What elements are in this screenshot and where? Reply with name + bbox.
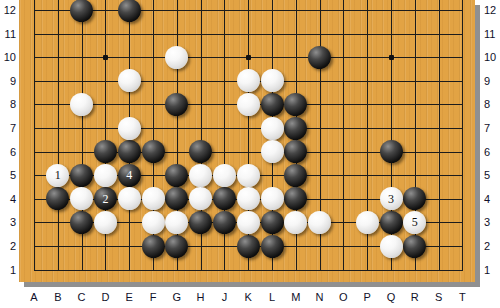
star-point-Q10: [389, 55, 394, 60]
white-stone-B5: 1: [46, 164, 69, 187]
row-number-left-5: 5: [0, 168, 16, 182]
move-number-label: 3: [388, 193, 394, 205]
white-stone-H5: [189, 164, 212, 187]
go-board[interactable]: 42135: [19, 0, 475, 282]
row-number-right-7: 7: [484, 121, 500, 135]
white-stone-E7: [118, 117, 141, 140]
column-letter-M: M: [286, 290, 306, 304]
black-stone-E6: [118, 140, 141, 163]
white-stone-G10: [165, 46, 188, 69]
black-stone-L8: [261, 93, 284, 116]
column-letter-O: O: [333, 290, 353, 304]
row-number-right-6: 6: [484, 145, 500, 159]
column-letter-K: K: [238, 290, 258, 304]
white-stone-F3: [142, 211, 165, 234]
row-number-right-1: 1: [484, 263, 500, 277]
white-stone-K5: [237, 164, 260, 187]
column-letter-S: S: [429, 290, 449, 304]
row-number-right-5: 5: [484, 168, 500, 182]
black-stone-N10: [308, 46, 331, 69]
black-stone-C5: [70, 164, 93, 187]
black-stone-M6: [284, 140, 307, 163]
column-letter-A: A: [24, 290, 44, 304]
black-stone-D4: 2: [94, 187, 117, 210]
white-stone-R3: 5: [403, 211, 426, 234]
column-letter-B: B: [48, 290, 68, 304]
white-stone-J5: [213, 164, 236, 187]
row-number-left-11: 11: [0, 27, 16, 41]
column-letter-R: R: [405, 290, 425, 304]
row-number-left-9: 9: [0, 74, 16, 88]
column-letter-N: N: [310, 290, 330, 304]
black-stone-L3: [261, 211, 284, 234]
row-number-right-2: 2: [484, 239, 500, 253]
white-stone-G3: [165, 211, 188, 234]
black-stone-F6: [142, 140, 165, 163]
column-letter-Q: Q: [381, 290, 401, 304]
row-number-right-10: 10: [484, 50, 500, 64]
grid-line-col-T: [462, 0, 463, 271]
white-stone-M3: [284, 211, 307, 234]
white-stone-D3: [94, 211, 117, 234]
white-stone-E9: [118, 69, 141, 92]
star-point-D10: [103, 55, 108, 60]
black-stone-G5: [165, 164, 188, 187]
black-stone-L2: [261, 235, 284, 258]
black-stone-M8: [284, 93, 307, 116]
column-letter-G: G: [167, 290, 187, 304]
white-stone-F4: [142, 187, 165, 210]
row-number-right-8: 8: [484, 97, 500, 111]
white-stone-D5: [94, 164, 117, 187]
black-stone-J4: [213, 187, 236, 210]
white-stone-K8: [237, 93, 260, 116]
black-stone-Q6: [380, 140, 403, 163]
white-stone-L9: [261, 69, 284, 92]
black-stone-G8: [165, 93, 188, 116]
column-letter-C: C: [72, 290, 92, 304]
row-number-right-11: 11: [484, 27, 500, 41]
grid-line-col-O: [343, 0, 344, 271]
white-stone-L4: [261, 187, 284, 210]
row-number-right-12: 12: [484, 3, 500, 17]
row-number-left-10: 10: [0, 50, 16, 64]
row-number-left-8: 8: [0, 97, 16, 111]
white-stone-P3: [356, 211, 379, 234]
star-point-K10: [246, 55, 251, 60]
row-number-left-1: 1: [0, 263, 16, 277]
white-stone-Q4: 3: [380, 187, 403, 210]
black-stone-K2: [237, 235, 260, 258]
column-letter-H: H: [191, 290, 211, 304]
black-stone-E5: 4: [118, 164, 141, 187]
black-stone-R4: [403, 187, 426, 210]
move-number-label: 5: [412, 216, 418, 228]
black-stone-G4: [165, 187, 188, 210]
grid-line-col-B: [58, 0, 59, 271]
column-letter-L: L: [262, 290, 282, 304]
black-stone-M7: [284, 117, 307, 140]
black-stone-H3: [189, 211, 212, 234]
move-number-label: 4: [126, 169, 132, 181]
row-number-right-3: 3: [484, 215, 500, 229]
column-letter-F: F: [143, 290, 163, 304]
row-number-left-4: 4: [0, 192, 16, 206]
black-stone-M5: [284, 164, 307, 187]
white-stone-C4: [70, 187, 93, 210]
go-diagram: 42135 121110987654321121110987654321ABCD…: [0, 0, 500, 308]
black-stone-E12: [118, 0, 141, 22]
column-letter-E: E: [119, 290, 139, 304]
black-stone-C12: [70, 0, 93, 22]
column-letter-D: D: [95, 290, 115, 304]
black-stone-B4: [46, 187, 69, 210]
white-stone-K3: [237, 211, 260, 234]
black-stone-D6: [94, 140, 117, 163]
grid-line-col-A: [34, 0, 35, 271]
black-stone-H6: [189, 140, 212, 163]
column-letter-P: P: [357, 290, 377, 304]
grid-line-col-S: [439, 0, 440, 271]
row-number-left-6: 6: [0, 145, 16, 159]
row-number-right-9: 9: [484, 74, 500, 88]
row-number-left-12: 12: [0, 3, 16, 17]
move-number-label: 1: [55, 169, 61, 181]
column-letter-T: T: [452, 290, 472, 304]
black-stone-Q3: [380, 211, 403, 234]
black-stone-C3: [70, 211, 93, 234]
row-number-left-2: 2: [0, 239, 16, 253]
black-stone-M4: [284, 187, 307, 210]
white-stone-K4: [237, 187, 260, 210]
black-stone-F2: [142, 235, 165, 258]
white-stone-H4: [189, 187, 212, 210]
white-stone-L7: [261, 117, 284, 140]
black-stone-J3: [213, 211, 236, 234]
move-number-label: 2: [102, 193, 108, 205]
row-number-left-7: 7: [0, 121, 16, 135]
white-stone-C8: [70, 93, 93, 116]
black-stone-G2: [165, 235, 188, 258]
black-stone-R2: [403, 235, 426, 258]
white-stone-Q2: [380, 235, 403, 258]
white-stone-K9: [237, 69, 260, 92]
column-letter-J: J: [214, 290, 234, 304]
white-stone-L6: [261, 140, 284, 163]
white-stone-N3: [308, 211, 331, 234]
row-number-right-4: 4: [484, 192, 500, 206]
white-stone-E4: [118, 187, 141, 210]
row-number-left-3: 3: [0, 215, 16, 229]
